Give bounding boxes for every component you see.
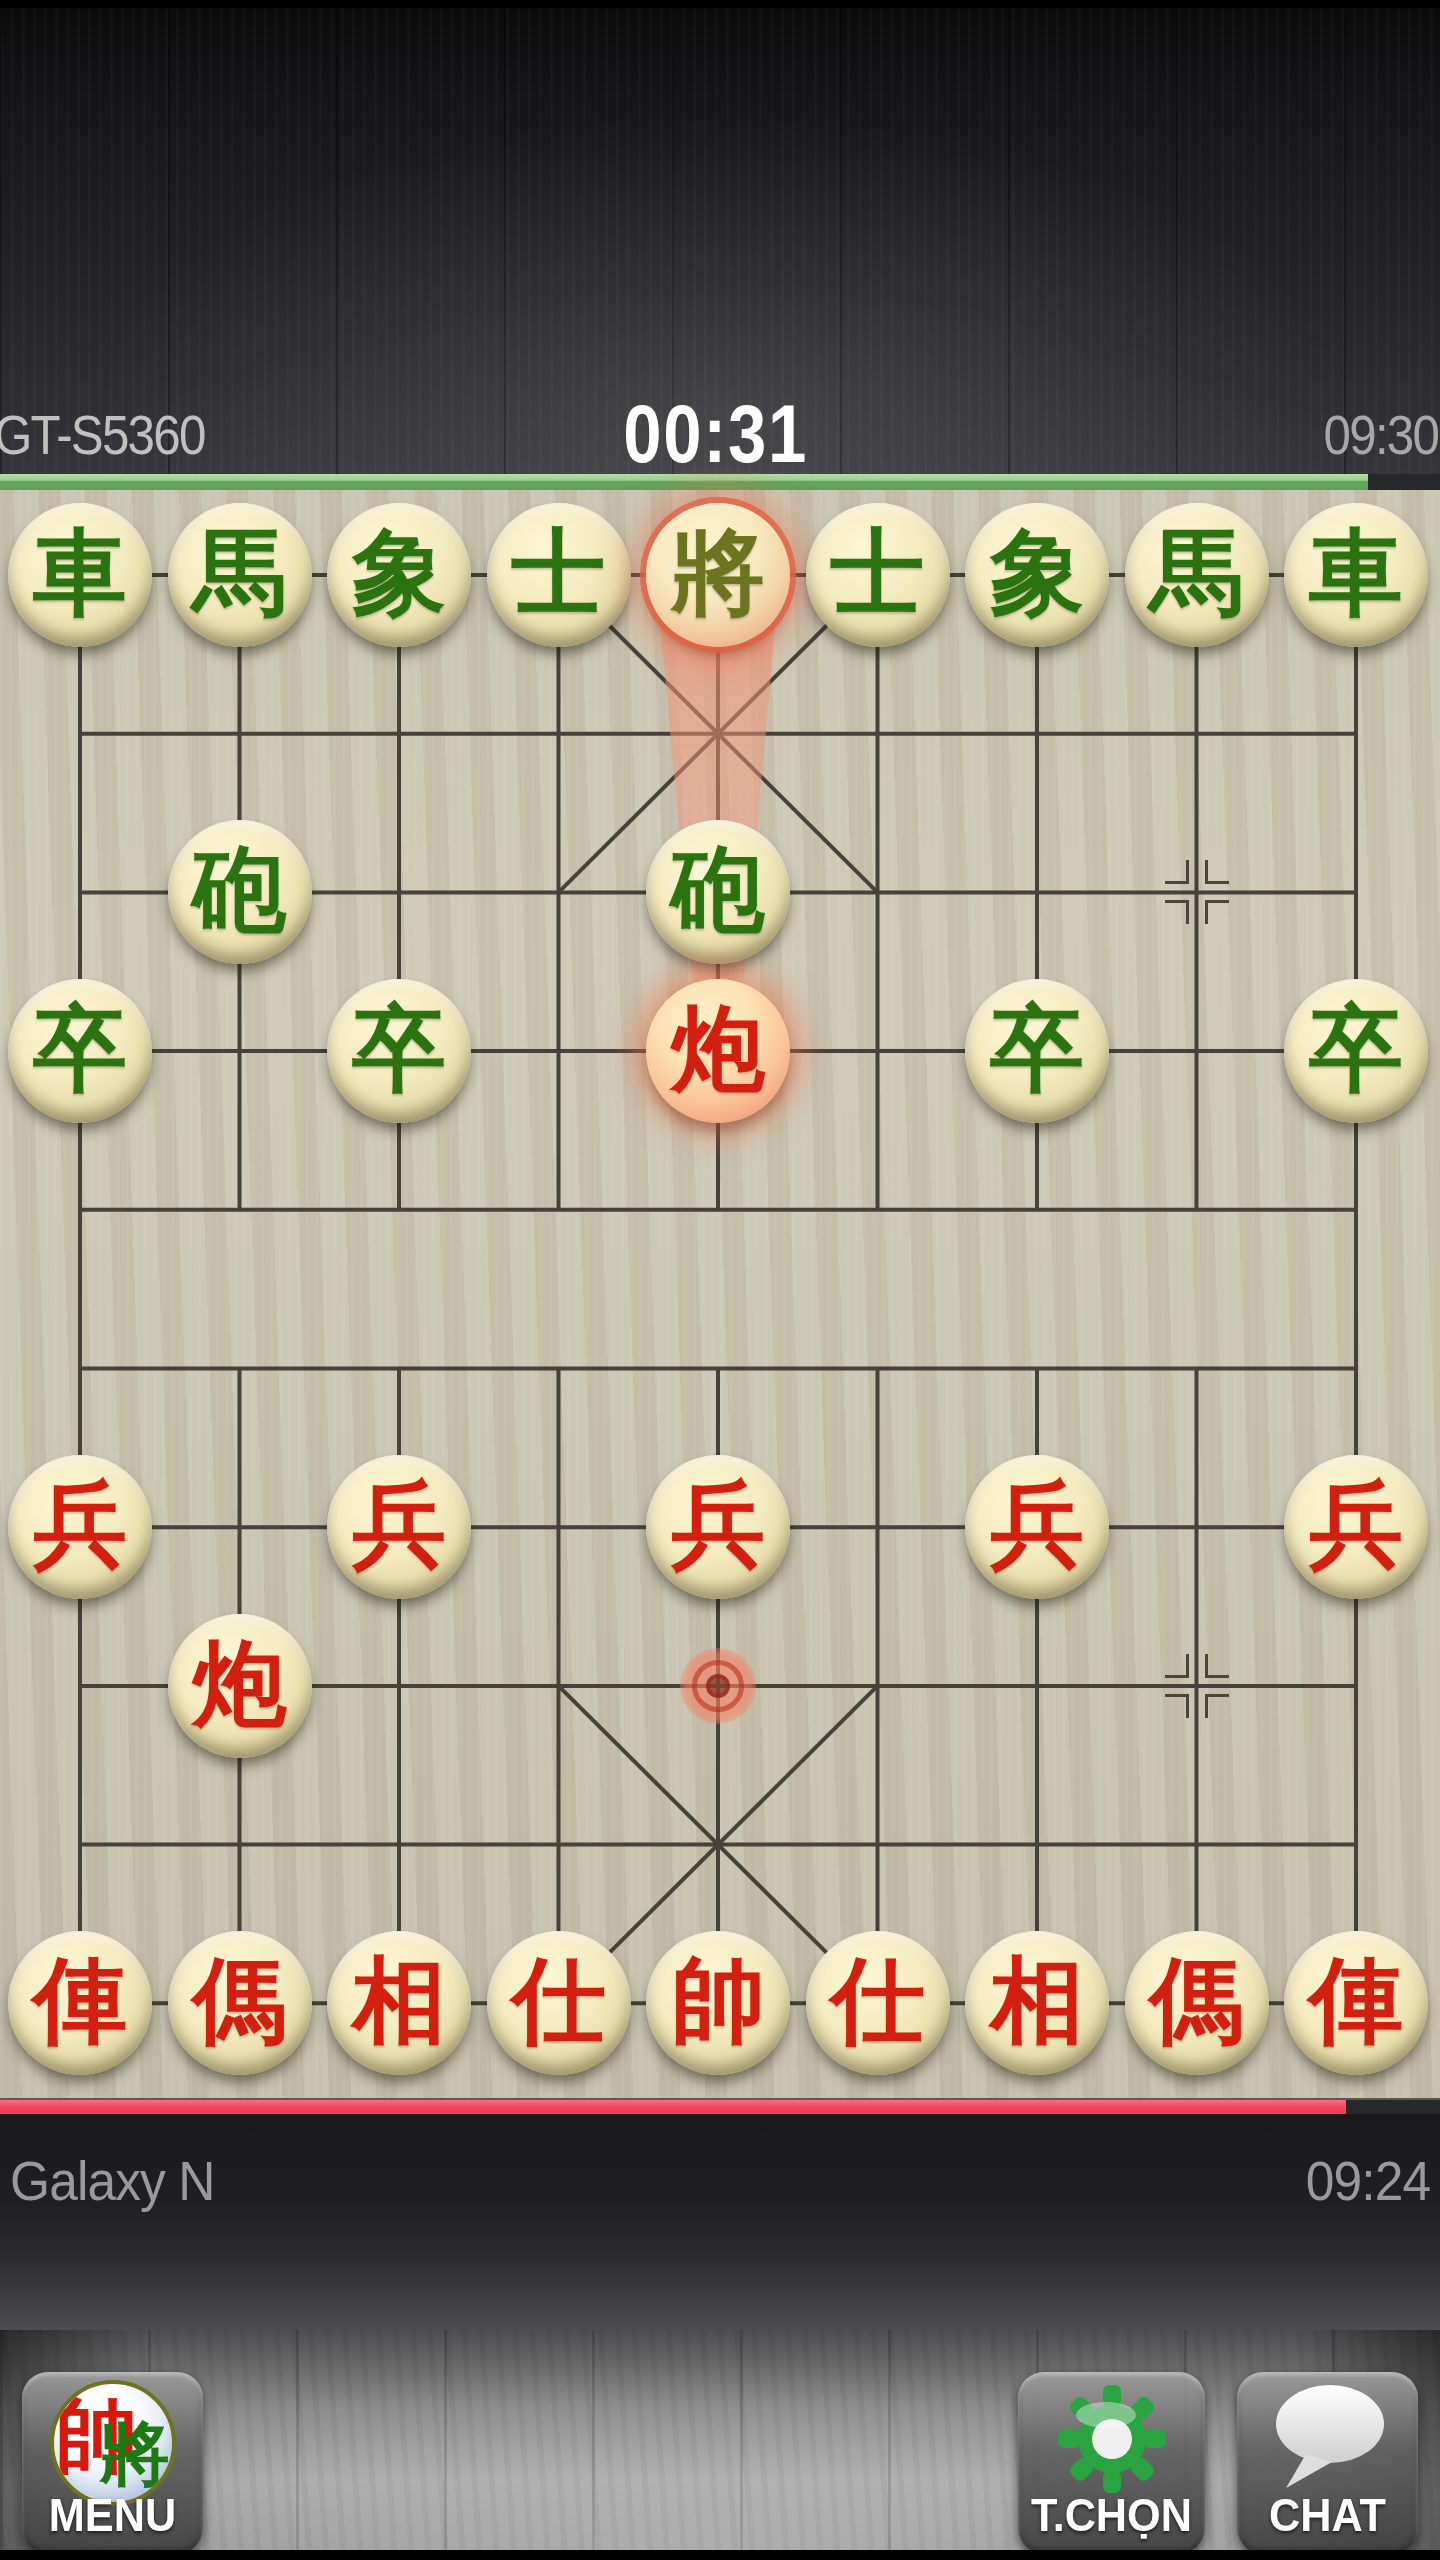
player-clock: 09:24 <box>1306 2148 1430 2213</box>
piece-glyph: 士 <box>831 526 925 624</box>
black-soldier-g[interactable]: 卒 <box>965 979 1109 1123</box>
chat-bubble-icon <box>1266 2378 1390 2496</box>
black-soldier-i[interactable]: 卒 <box>1284 979 1428 1123</box>
red-soldier-g[interactable]: 兵 <box>965 1455 1109 1599</box>
piece-glyph: 卒 <box>1309 1002 1403 1100</box>
gear-icon <box>1051 2378 1173 2500</box>
options-label: T.CHỌN <box>1024 2488 1200 2542</box>
menu-label: MENU <box>27 2488 197 2542</box>
black-chariot-right[interactable]: 車 <box>1284 503 1428 647</box>
black-soldier-a[interactable]: 卒 <box>8 979 152 1123</box>
red-chariot-right[interactable]: 俥 <box>1284 1931 1428 2075</box>
red-advisor-left[interactable]: 仕 <box>487 1931 631 2075</box>
black-general-icon-glyph: 將 <box>100 2420 170 2490</box>
red-soldier-e[interactable]: 兵 <box>646 1455 790 1599</box>
menu-button[interactable]: 帥 將 MENU <box>22 2372 203 2554</box>
piece-glyph: 相 <box>990 1954 1084 2052</box>
piece-glyph: 將 <box>671 526 765 624</box>
red-horse-right[interactable]: 傌 <box>1125 1931 1269 2075</box>
top-status-bar: GT-S5360 00:31 09:30 <box>0 392 1440 476</box>
red-cannon-center[interactable]: 炮 <box>646 979 790 1123</box>
piece-glyph: 傌 <box>193 1954 287 2052</box>
chat-label: CHAT <box>1242 2488 1412 2542</box>
piece-glyph: 象 <box>990 526 1084 624</box>
player-device-name: Galaxy N <box>10 2148 215 2213</box>
piece-glyph: 傌 <box>1150 1954 1244 2052</box>
options-button[interactable]: T.CHỌN <box>1018 2372 1205 2554</box>
red-horse-left[interactable]: 傌 <box>168 1931 312 2075</box>
piece-glyph: 炮 <box>193 1637 287 1735</box>
piece-glyph: 兵 <box>990 1478 1084 1576</box>
piece-glyph: 俥 <box>33 1954 127 2052</box>
piece-glyph: 砲 <box>671 843 765 941</box>
opponent-device-name: GT-S5360 <box>0 402 205 467</box>
piece-glyph: 象 <box>352 526 446 624</box>
black-cannon-left[interactable]: 砲 <box>168 820 312 964</box>
piece-glyph: 馬 <box>1150 526 1244 624</box>
piece-glyph: 砲 <box>193 843 287 941</box>
bottom-background: Galaxy N 09:24 <box>0 2114 1440 2560</box>
board-pieces: 車馬象士將士象馬車砲砲卒卒炮卒卒兵兵兵兵兵炮俥傌相仕帥仕相傌俥 <box>0 490 1440 2098</box>
black-horse-left[interactable]: 馬 <box>168 503 312 647</box>
black-chariot-left[interactable]: 車 <box>8 503 152 647</box>
red-chariot-left[interactable]: 俥 <box>8 1931 152 2075</box>
opponent-clock: 09:30 <box>1323 402 1438 467</box>
piece-glyph: 卒 <box>990 1002 1084 1100</box>
black-horse-right[interactable]: 馬 <box>1125 503 1269 647</box>
red-soldier-a[interactable]: 兵 <box>8 1455 152 1599</box>
red-soldier-i[interactable]: 兵 <box>1284 1455 1428 1599</box>
black-elephant-left[interactable]: 象 <box>327 503 471 647</box>
floor-planks <box>0 2330 1440 2560</box>
top-progress-fill <box>0 474 1368 490</box>
bottom-status-bar: Galaxy N 09:24 <box>0 2114 1440 2246</box>
piece-glyph: 兵 <box>33 1478 127 1576</box>
red-cannon-left[interactable]: 炮 <box>168 1614 312 1758</box>
black-general[interactable]: 將 <box>646 503 790 647</box>
red-advisor-right[interactable]: 仕 <box>806 1931 950 2075</box>
piece-glyph: 士 <box>512 526 606 624</box>
top-progress-bar <box>0 474 1440 490</box>
piece-glyph: 帥 <box>671 1954 765 2052</box>
app-screen: GT-S5360 00:31 09:30 <box>0 0 1440 2560</box>
piece-glyph: 卒 <box>352 1002 446 1100</box>
black-elephant-right[interactable]: 象 <box>965 503 1109 647</box>
red-soldier-c[interactable]: 兵 <box>327 1455 471 1599</box>
piece-glyph: 兵 <box>671 1478 765 1576</box>
black-advisor-right[interactable]: 士 <box>806 503 950 647</box>
piece-glyph: 馬 <box>193 526 287 624</box>
piece-glyph: 仕 <box>512 1954 606 2052</box>
black-advisor-left[interactable]: 士 <box>487 503 631 647</box>
top-edge-strip <box>0 0 1440 8</box>
xiangqi-board[interactable]: 車馬象士將士象馬車砲砲卒卒炮卒卒兵兵兵兵兵炮俥傌相仕帥仕相傌俥 <box>0 490 1440 2098</box>
red-elephant-left[interactable]: 相 <box>327 1931 471 2075</box>
piece-glyph: 車 <box>33 526 127 624</box>
piece-glyph: 炮 <box>671 1002 765 1100</box>
piece-glyph: 相 <box>352 1954 446 2052</box>
black-soldier-c[interactable]: 卒 <box>327 979 471 1123</box>
piece-glyph: 兵 <box>1309 1478 1403 1576</box>
piece-glyph: 車 <box>1309 526 1403 624</box>
bottom-edge-strip <box>0 2550 1440 2560</box>
piece-glyph: 兵 <box>352 1478 446 1576</box>
chat-button[interactable]: CHAT <box>1237 2372 1418 2554</box>
piece-glyph: 仕 <box>831 1954 925 2052</box>
red-elephant-right[interactable]: 相 <box>965 1931 1109 2075</box>
piece-glyph: 卒 <box>33 1002 127 1100</box>
piece-glyph: 俥 <box>1309 1954 1403 2052</box>
move-timer: 00:31 <box>623 387 808 481</box>
red-general[interactable]: 帥 <box>646 1931 790 2075</box>
black-cannon-center[interactable]: 砲 <box>646 820 790 964</box>
